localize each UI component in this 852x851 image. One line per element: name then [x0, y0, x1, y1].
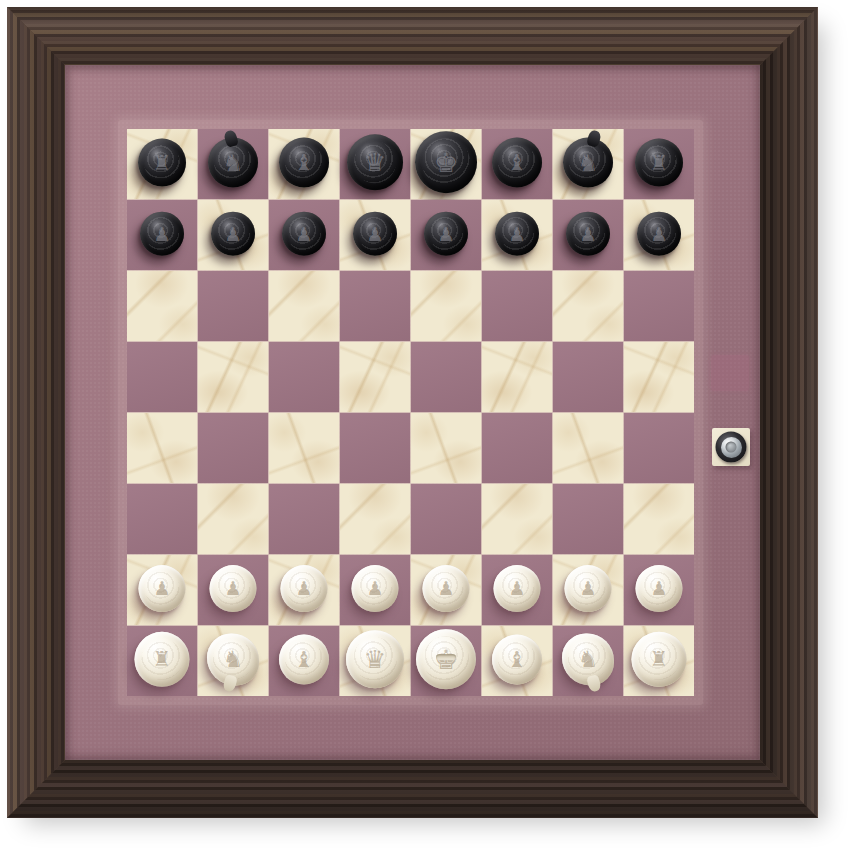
piece-black-king[interactable]: ♚ — [415, 131, 477, 193]
square-d6[interactable] — [340, 271, 410, 341]
white-knight-glyph: ♞ — [562, 633, 614, 685]
square-a4[interactable] — [127, 413, 197, 483]
white-pawn-glyph: ♟ — [636, 565, 683, 612]
square-b7[interactable]: ♟ — [198, 200, 268, 270]
black-pawn-glyph: ♟ — [211, 212, 255, 256]
square-e1[interactable]: ♚ — [411, 626, 481, 696]
king-finial-slot — [436, 654, 456, 660]
piece-black-rook[interactable]: ♜ — [138, 139, 186, 187]
mat-patch — [711, 355, 749, 391]
piece-white-pawn[interactable]: ♟ — [565, 565, 612, 612]
black-pawn-glyph: ♟ — [424, 212, 468, 256]
piece-white-pawn[interactable]: ♟ — [139, 565, 186, 612]
square-e3[interactable] — [411, 484, 481, 554]
square-h1[interactable]: ♜ — [624, 626, 694, 696]
piece-white-queen[interactable]: ♛ — [346, 630, 404, 688]
piece-white-knight[interactable]: ♞ — [562, 633, 614, 685]
square-h7[interactable]: ♟ — [624, 200, 694, 270]
piece-white-pawn[interactable]: ♟ — [210, 565, 257, 612]
framed-chess-set-photo: ♜♞♝♛♚♝♞♜♟♟♟♟♟♟♟♟♟♟♟♟♟♟♟♟♜♞♝♛♚♝♞♜ — [0, 0, 852, 851]
piece-white-pawn[interactable]: ♟ — [494, 565, 541, 612]
square-d2[interactable]: ♟ — [340, 555, 410, 625]
square-f2[interactable]: ♟ — [482, 555, 552, 625]
black-rook-glyph: ♜ — [635, 139, 683, 187]
white-queen-glyph: ♛ — [346, 630, 404, 688]
square-e5[interactable] — [411, 342, 481, 412]
piece-black-pawn[interactable]: ♟ — [637, 212, 681, 256]
piece-black-knight[interactable]: ♞ — [208, 138, 258, 188]
black-pawn-glyph: ♟ — [495, 212, 539, 256]
winding-knob-button[interactable] — [721, 437, 742, 458]
square-a7[interactable]: ♟ — [127, 200, 197, 270]
black-knight-glyph: ♞ — [208, 138, 258, 188]
frame-top-rail — [7, 7, 818, 65]
square-b2[interactable]: ♟ — [198, 555, 268, 625]
piece-black-rook[interactable]: ♜ — [635, 139, 683, 187]
square-b8[interactable]: ♞ — [198, 129, 268, 199]
square-d7[interactable]: ♟ — [340, 200, 410, 270]
square-b3[interactable] — [198, 484, 268, 554]
piece-black-bishop[interactable]: ♝ — [279, 138, 329, 188]
piece-white-bishop[interactable]: ♝ — [279, 635, 329, 685]
piece-black-pawn[interactable]: ♟ — [282, 212, 326, 256]
white-pawn-glyph: ♟ — [423, 565, 470, 612]
white-knight-glyph: ♞ — [207, 633, 259, 685]
black-bishop-glyph: ♝ — [279, 138, 329, 188]
frame-bottom-rail — [7, 760, 818, 818]
black-pawn-glyph: ♟ — [282, 212, 326, 256]
white-pawn-glyph: ♟ — [565, 565, 612, 612]
winding-knob-base — [712, 428, 750, 466]
square-b5[interactable] — [198, 342, 268, 412]
square-e8[interactable]: ♚ — [411, 129, 481, 199]
square-e4[interactable] — [411, 413, 481, 483]
square-c6[interactable] — [269, 271, 339, 341]
black-rook-glyph: ♜ — [138, 139, 186, 187]
square-c5[interactable] — [269, 342, 339, 412]
square-c8[interactable]: ♝ — [269, 129, 339, 199]
square-b6[interactable] — [198, 271, 268, 341]
square-e7[interactable]: ♟ — [411, 200, 481, 270]
black-pawn-glyph: ♟ — [566, 212, 610, 256]
square-f1[interactable]: ♝ — [482, 626, 552, 696]
white-rook-glyph: ♜ — [632, 632, 687, 687]
piece-black-queen[interactable]: ♛ — [347, 134, 403, 190]
square-h5[interactable] — [624, 342, 694, 412]
square-c7[interactable]: ♟ — [269, 200, 339, 270]
square-d1[interactable]: ♛ — [340, 626, 410, 696]
chess-board: ♜♞♝♛♚♝♞♜♟♟♟♟♟♟♟♟♟♟♟♟♟♟♟♟♜♞♝♛♚♝♞♜ — [127, 129, 694, 696]
square-c4[interactable] — [269, 413, 339, 483]
black-knight-glyph: ♞ — [563, 138, 613, 188]
piece-white-bishop[interactable]: ♝ — [492, 635, 542, 685]
square-g6[interactable] — [553, 271, 623, 341]
square-a3[interactable] — [127, 484, 197, 554]
white-pawn-glyph: ♟ — [139, 565, 186, 612]
square-f4[interactable] — [482, 413, 552, 483]
black-pawn-glyph: ♟ — [353, 212, 397, 256]
white-bishop-glyph: ♝ — [492, 635, 542, 685]
square-e6[interactable] — [411, 271, 481, 341]
piece-black-knight[interactable]: ♞ — [563, 138, 613, 188]
square-g2[interactable]: ♟ — [553, 555, 623, 625]
square-g7[interactable]: ♟ — [553, 200, 623, 270]
square-b4[interactable] — [198, 413, 268, 483]
frame-left-rail — [7, 7, 65, 818]
piece-black-bishop[interactable]: ♝ — [492, 138, 542, 188]
square-d8[interactable]: ♛ — [340, 129, 410, 199]
square-h2[interactable]: ♟ — [624, 555, 694, 625]
piece-black-pawn[interactable]: ♟ — [140, 212, 184, 256]
piece-white-pawn[interactable]: ♟ — [636, 565, 683, 612]
square-d4[interactable] — [340, 413, 410, 483]
square-g8[interactable]: ♞ — [553, 129, 623, 199]
square-h6[interactable] — [624, 271, 694, 341]
piece-white-rook[interactable]: ♜ — [135, 632, 190, 687]
square-d3[interactable] — [340, 484, 410, 554]
square-c2[interactable]: ♟ — [269, 555, 339, 625]
piece-black-pawn[interactable]: ♟ — [566, 212, 610, 256]
square-a8[interactable]: ♜ — [127, 129, 197, 199]
white-bishop-glyph: ♝ — [279, 635, 329, 685]
piece-white-pawn[interactable]: ♟ — [281, 565, 328, 612]
square-h4[interactable] — [624, 413, 694, 483]
black-queen-glyph: ♛ — [347, 134, 403, 190]
square-f7[interactable]: ♟ — [482, 200, 552, 270]
white-pawn-glyph: ♟ — [352, 565, 399, 612]
black-pawn-glyph: ♟ — [637, 212, 681, 256]
square-d5[interactable] — [340, 342, 410, 412]
piece-black-pawn[interactable]: ♟ — [211, 212, 255, 256]
square-c3[interactable] — [269, 484, 339, 554]
white-pawn-glyph: ♟ — [210, 565, 257, 612]
square-g3[interactable] — [553, 484, 623, 554]
square-a5[interactable] — [127, 342, 197, 412]
square-f6[interactable] — [482, 271, 552, 341]
square-c1[interactable]: ♝ — [269, 626, 339, 696]
piece-white-king[interactable]: ♚ — [416, 629, 476, 689]
square-g1[interactable]: ♞ — [553, 626, 623, 696]
black-king-glyph: ♚ — [415, 131, 477, 193]
piece-white-knight[interactable]: ♞ — [207, 633, 259, 685]
square-e2[interactable]: ♟ — [411, 555, 481, 625]
piece-white-rook[interactable]: ♜ — [632, 632, 687, 687]
piece-black-pawn[interactable]: ♟ — [495, 212, 539, 256]
frame-right-rail — [760, 7, 818, 818]
square-h3[interactable] — [624, 484, 694, 554]
piece-black-pawn[interactable]: ♟ — [424, 212, 468, 256]
square-h8[interactable]: ♜ — [624, 129, 694, 199]
square-a6[interactable] — [127, 271, 197, 341]
black-bishop-glyph: ♝ — [492, 138, 542, 188]
square-f5[interactable] — [482, 342, 552, 412]
white-pawn-glyph: ♟ — [281, 565, 328, 612]
square-g4[interactable] — [553, 413, 623, 483]
white-rook-glyph: ♜ — [135, 632, 190, 687]
winding-knob-ring — [716, 432, 747, 463]
square-f8[interactable]: ♝ — [482, 129, 552, 199]
square-a1[interactable]: ♜ — [127, 626, 197, 696]
square-f3[interactable] — [482, 484, 552, 554]
square-a2[interactable]: ♟ — [127, 555, 197, 625]
piece-white-pawn[interactable]: ♟ — [352, 565, 399, 612]
piece-black-pawn[interactable]: ♟ — [353, 212, 397, 256]
square-g5[interactable] — [553, 342, 623, 412]
white-pawn-glyph: ♟ — [494, 565, 541, 612]
piece-white-pawn[interactable]: ♟ — [423, 565, 470, 612]
square-b1[interactable]: ♞ — [198, 626, 268, 696]
black-pawn-glyph: ♟ — [140, 212, 184, 256]
